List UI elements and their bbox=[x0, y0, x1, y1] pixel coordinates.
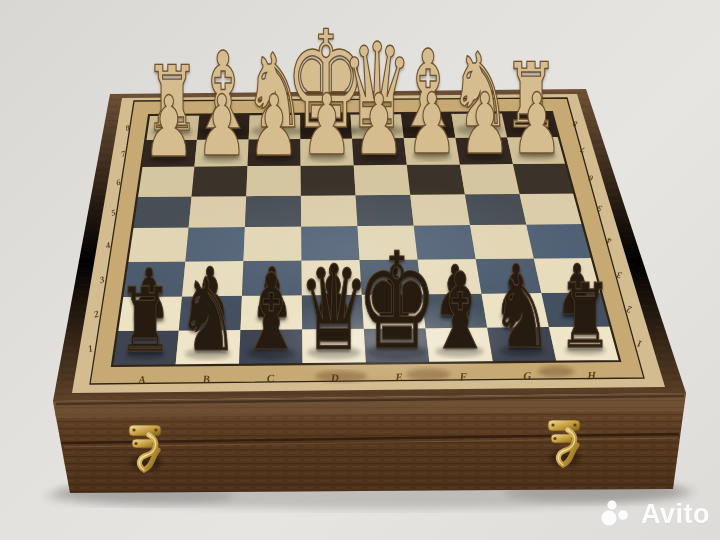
watermark-text: Avito bbox=[641, 499, 710, 530]
watermark: Avito bbox=[600, 498, 710, 530]
chess-box-photo: ABCDEFGH1122334455667788 bbox=[0, 0, 720, 540]
square-b6 bbox=[192, 166, 248, 197]
file-label-e: E bbox=[394, 371, 403, 383]
square-a2 bbox=[117, 296, 182, 331]
square-h2 bbox=[541, 293, 610, 327]
file-label-h: H bbox=[586, 369, 596, 381]
file-label-d: D bbox=[330, 371, 339, 383]
file-label-g: G bbox=[523, 370, 531, 382]
square-g6 bbox=[460, 164, 520, 194]
file-label-c: C bbox=[267, 372, 275, 384]
square-h6 bbox=[513, 164, 574, 194]
file-label-b: B bbox=[201, 373, 210, 385]
square-a6 bbox=[137, 167, 195, 198]
file-label-f: F bbox=[458, 370, 467, 382]
file-label-a: A bbox=[137, 373, 146, 385]
square-b1 bbox=[176, 330, 241, 365]
avito-bubbles-logo bbox=[600, 498, 634, 530]
square-h1 bbox=[549, 326, 620, 361]
square-a1 bbox=[112, 331, 179, 366]
listing-photo: ABCDEFGH1122334455667788 ♜♝♞♚♛♝♞♜♟♟♟♟♟♟♟… bbox=[0, 0, 720, 540]
